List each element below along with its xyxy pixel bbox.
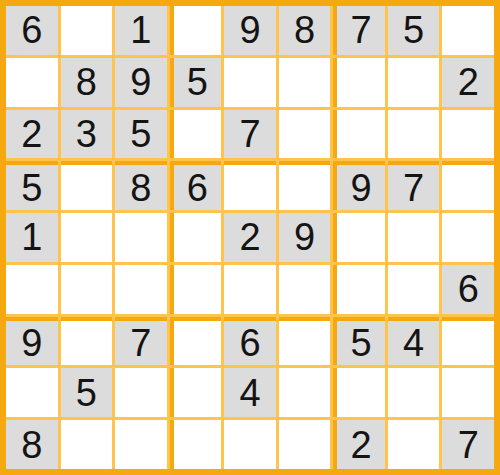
cell-r2c9: 2 [442, 58, 494, 107]
cell-r3c8[interactable] [388, 110, 440, 159]
cell-r1c7: 7 [333, 6, 385, 55]
cell-r1c4[interactable] [170, 6, 222, 55]
cell-r5c9[interactable] [442, 213, 494, 262]
cell-r3c1: 2 [6, 110, 58, 159]
cell-r7c3: 7 [115, 317, 167, 366]
cell-r5c8[interactable] [388, 213, 440, 262]
cell-r7c7: 5 [333, 317, 385, 366]
cell-r8c7[interactable] [333, 368, 385, 417]
cell-r2c2: 8 [61, 58, 113, 107]
cell-r5c6: 9 [279, 213, 331, 262]
cell-r9c4[interactable] [170, 420, 222, 469]
cell-r2c3: 9 [115, 58, 167, 107]
cell-r1c6: 8 [279, 6, 331, 55]
cell-r5c1: 1 [6, 213, 58, 262]
cell-r7c5: 6 [224, 317, 276, 366]
cell-r6c2[interactable] [61, 265, 113, 314]
cell-r6c5[interactable] [224, 265, 276, 314]
cell-r8c2: 5 [61, 368, 113, 417]
cell-r3c2: 3 [61, 110, 113, 159]
cell-r3c4[interactable] [170, 110, 222, 159]
cell-r1c9[interactable] [442, 6, 494, 55]
cell-r1c3: 1 [115, 6, 167, 55]
cell-r3c3: 5 [115, 110, 167, 159]
cell-r9c2[interactable] [61, 420, 113, 469]
cell-r5c2[interactable] [61, 213, 113, 262]
cell-r6c1[interactable] [6, 265, 58, 314]
cell-r3c7[interactable] [333, 110, 385, 159]
cell-r2c6[interactable] [279, 58, 331, 107]
cell-r6c3[interactable] [115, 265, 167, 314]
sudoku-board: 619875895223575869712969765454827 [0, 0, 500, 475]
cell-r2c7[interactable] [333, 58, 385, 107]
cell-r8c6[interactable] [279, 368, 331, 417]
cell-r1c8: 5 [388, 6, 440, 55]
cell-r8c8[interactable] [388, 368, 440, 417]
cell-r3c6[interactable] [279, 110, 331, 159]
cell-r5c4[interactable] [170, 213, 222, 262]
cell-r5c3[interactable] [115, 213, 167, 262]
cell-r8c4[interactable] [170, 368, 222, 417]
cell-r4c2[interactable] [61, 161, 113, 210]
cell-r4c1: 5 [6, 161, 58, 210]
cell-r6c4[interactable] [170, 265, 222, 314]
cell-r6c8[interactable] [388, 265, 440, 314]
cell-r9c5[interactable] [224, 420, 276, 469]
cell-r3c5: 7 [224, 110, 276, 159]
cell-r4c3: 8 [115, 161, 167, 210]
cell-r2c1[interactable] [6, 58, 58, 107]
cell-r4c6[interactable] [279, 161, 331, 210]
cell-r1c1: 6 [6, 6, 58, 55]
cell-r7c1: 9 [6, 317, 58, 366]
cell-r7c4[interactable] [170, 317, 222, 366]
cell-r5c7[interactable] [333, 213, 385, 262]
cell-r2c8[interactable] [388, 58, 440, 107]
cell-r9c3[interactable] [115, 420, 167, 469]
cell-r7c2[interactable] [61, 317, 113, 366]
cell-r4c8: 7 [388, 161, 440, 210]
cell-r7c9[interactable] [442, 317, 494, 366]
cell-r9c1: 8 [6, 420, 58, 469]
cell-r9c7: 2 [333, 420, 385, 469]
cell-r1c5: 9 [224, 6, 276, 55]
cell-r6c7[interactable] [333, 265, 385, 314]
cell-r7c8: 4 [388, 317, 440, 366]
cell-r8c3[interactable] [115, 368, 167, 417]
cell-r9c6[interactable] [279, 420, 331, 469]
cell-r6c9: 6 [442, 265, 494, 314]
cell-r2c4: 5 [170, 58, 222, 107]
cell-r4c4: 6 [170, 161, 222, 210]
cell-r8c1[interactable] [6, 368, 58, 417]
cell-r7c6[interactable] [279, 317, 331, 366]
cell-r3c9[interactable] [442, 110, 494, 159]
cell-r2c5[interactable] [224, 58, 276, 107]
cell-r8c9[interactable] [442, 368, 494, 417]
cell-r1c2[interactable] [61, 6, 113, 55]
cell-r6c6[interactable] [279, 265, 331, 314]
cell-r9c9: 7 [442, 420, 494, 469]
cell-r4c5[interactable] [224, 161, 276, 210]
cell-r9c8[interactable] [388, 420, 440, 469]
cell-r5c5: 2 [224, 213, 276, 262]
cell-r8c5: 4 [224, 368, 276, 417]
cell-r4c9[interactable] [442, 161, 494, 210]
cell-r4c7: 9 [333, 161, 385, 210]
